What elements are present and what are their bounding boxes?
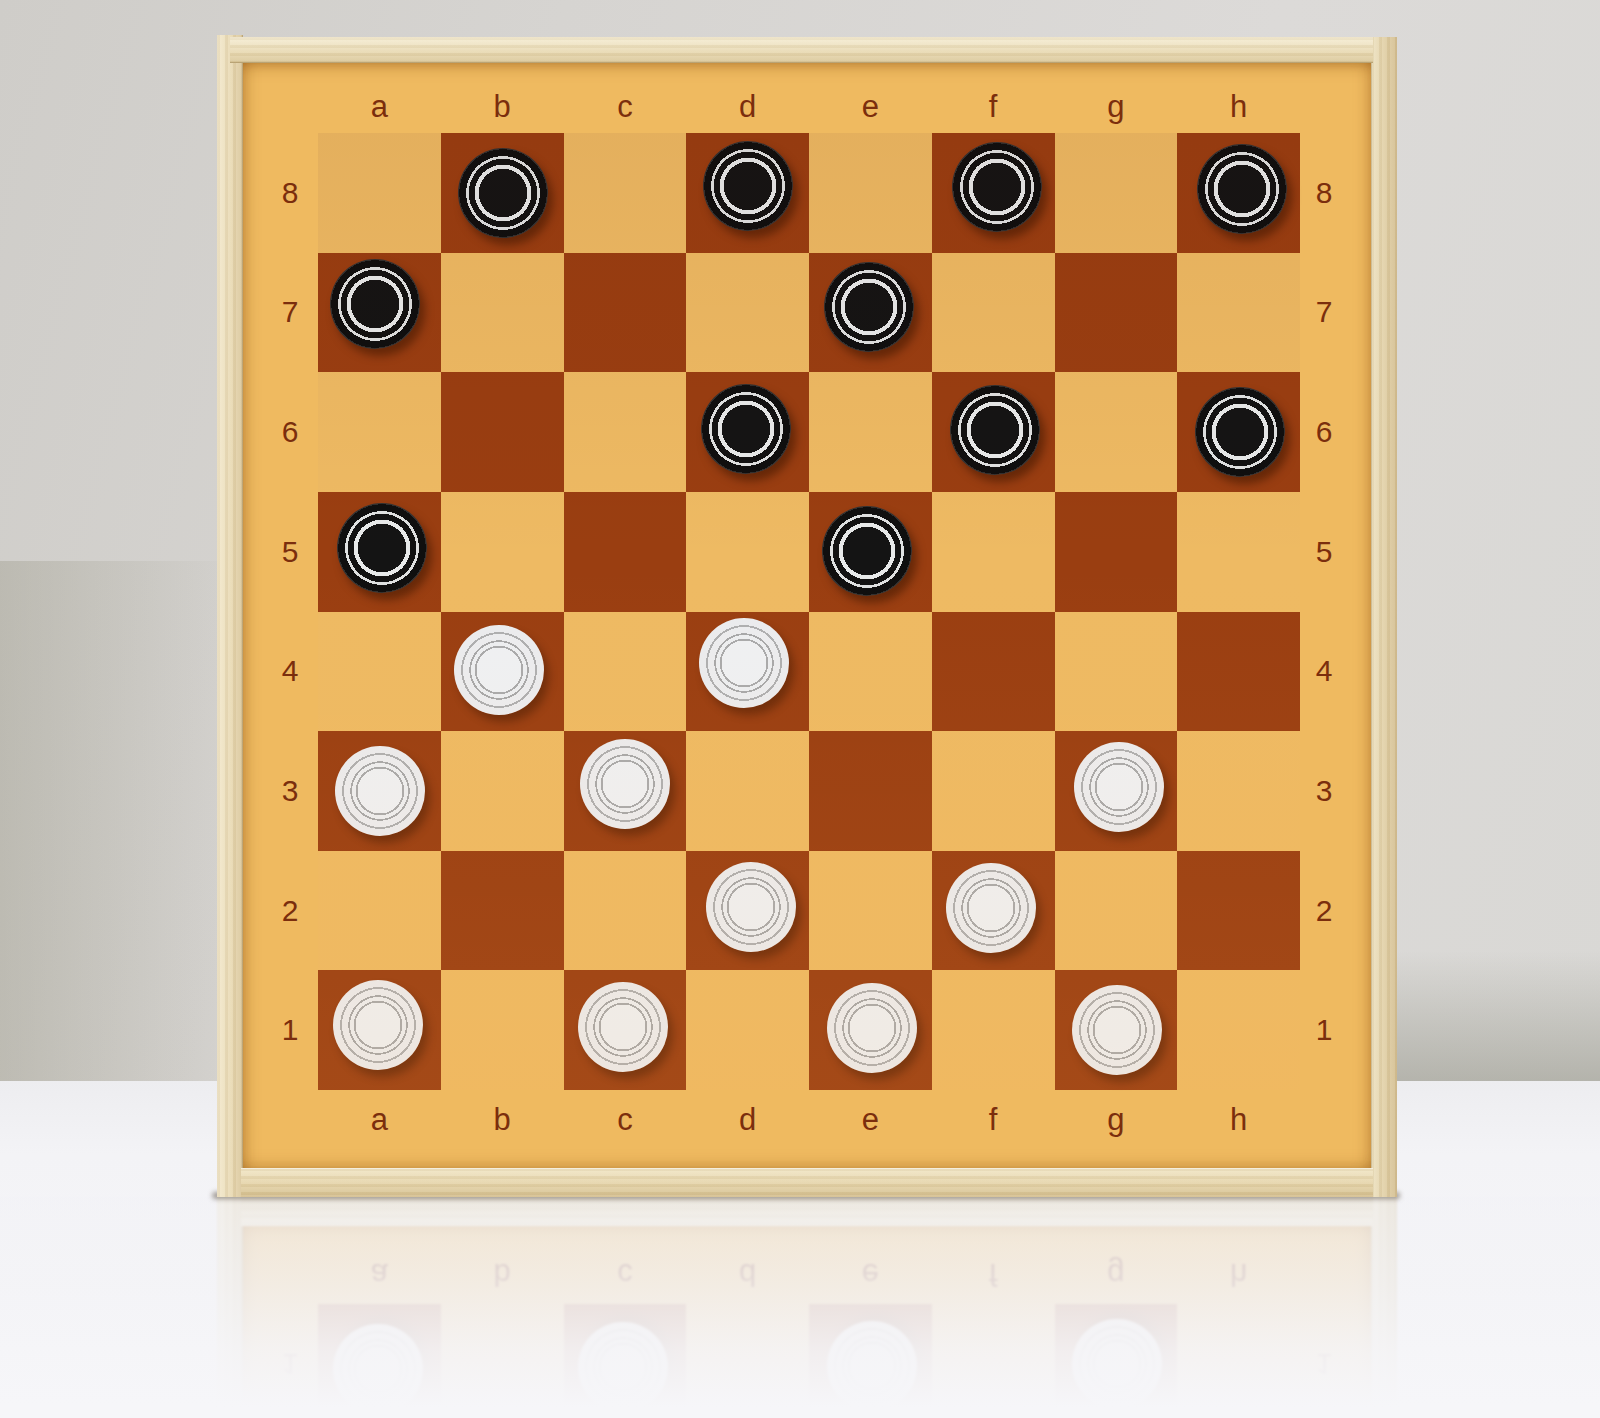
demonstration-checkers-board: abcdefghabcdefgh8765432187654321 bbox=[217, 35, 1397, 1197]
file-label-bottom-c: c bbox=[564, 1100, 687, 1140]
square-g7[interactable] bbox=[1055, 253, 1178, 373]
square-f8[interactable] bbox=[932, 133, 1055, 253]
file-label-bottom-row: abcdefgh bbox=[318, 1100, 1300, 1140]
square-e4[interactable] bbox=[809, 612, 932, 732]
square-c4[interactable] bbox=[564, 612, 687, 732]
square-h7[interactable] bbox=[1177, 253, 1300, 373]
square-f5[interactable] bbox=[932, 492, 1055, 612]
square-b6[interactable] bbox=[441, 372, 564, 492]
square-b5[interactable] bbox=[441, 492, 564, 612]
frame-rail-top bbox=[230, 37, 1373, 63]
white-checker-g3[interactable] bbox=[1074, 742, 1164, 832]
white-checker-c3[interactable] bbox=[580, 739, 670, 829]
square-e2[interactable] bbox=[809, 851, 932, 971]
black-checker-f6[interactable] bbox=[950, 385, 1040, 475]
black-checker-d6[interactable] bbox=[701, 384, 791, 474]
white-checker-g1[interactable] bbox=[1072, 985, 1162, 1075]
square-e6[interactable] bbox=[809, 372, 932, 492]
white-checker-d4[interactable] bbox=[699, 618, 789, 708]
file-label-top-a: a bbox=[318, 87, 441, 127]
black-checker-a7[interactable] bbox=[330, 259, 420, 349]
rank-label-left-6: 6 bbox=[254, 372, 326, 492]
square-b3[interactable] bbox=[441, 731, 564, 851]
scene: abcdefghabcdefgh8765432187654321 abcdefg… bbox=[0, 0, 1600, 1418]
frame-rail-bottom bbox=[241, 1168, 1373, 1197]
square-f3[interactable] bbox=[932, 731, 1055, 851]
square-d8[interactable] bbox=[686, 133, 809, 253]
square-g2[interactable] bbox=[1055, 851, 1178, 971]
white-checker-e1[interactable] bbox=[827, 983, 917, 1073]
file-label-top-h: h bbox=[1177, 87, 1300, 127]
square-e5[interactable] bbox=[809, 492, 932, 612]
square-h3[interactable] bbox=[1177, 731, 1300, 851]
square-g3[interactable] bbox=[1055, 731, 1178, 851]
file-label-top-c: c bbox=[564, 87, 687, 127]
square-c6[interactable] bbox=[564, 372, 687, 492]
squares-grid bbox=[318, 133, 1300, 1090]
square-d7[interactable] bbox=[686, 253, 809, 373]
black-checker-h8[interactable] bbox=[1197, 144, 1287, 234]
black-checker-e5[interactable] bbox=[822, 506, 912, 596]
black-checker-h6[interactable] bbox=[1195, 387, 1285, 477]
rank-label-left-2: 2 bbox=[254, 851, 326, 971]
square-f4[interactable] bbox=[932, 612, 1055, 732]
black-checker-d8[interactable] bbox=[703, 141, 793, 231]
file-label-bottom-a: a bbox=[318, 1100, 441, 1140]
square-c5[interactable] bbox=[564, 492, 687, 612]
square-f2[interactable] bbox=[932, 851, 1055, 971]
square-d6[interactable] bbox=[686, 372, 809, 492]
square-d3[interactable] bbox=[686, 731, 809, 851]
white-checker-b4[interactable] bbox=[454, 625, 544, 715]
square-h5[interactable] bbox=[1177, 492, 1300, 612]
file-label-top-f: f bbox=[932, 87, 1055, 127]
square-a1[interactable] bbox=[318, 970, 441, 1090]
square-h6[interactable] bbox=[1177, 372, 1300, 492]
square-c1[interactable] bbox=[564, 970, 687, 1090]
rank-label-left-3: 3 bbox=[254, 731, 326, 851]
square-g6[interactable] bbox=[1055, 372, 1178, 492]
board-face: abcdefghabcdefgh8765432187654321 bbox=[243, 63, 1371, 1168]
white-checker-a3[interactable] bbox=[335, 746, 425, 836]
square-h2[interactable] bbox=[1177, 851, 1300, 971]
square-b1[interactable] bbox=[441, 970, 564, 1090]
square-c8[interactable] bbox=[564, 133, 687, 253]
rank-label-left-8: 8 bbox=[254, 133, 326, 253]
file-label-bottom-b: b bbox=[441, 1100, 564, 1140]
square-d1[interactable] bbox=[686, 970, 809, 1090]
square-b4[interactable] bbox=[441, 612, 564, 732]
square-f1[interactable] bbox=[932, 970, 1055, 1090]
file-label-bottom-e: e bbox=[809, 1100, 932, 1140]
square-b2[interactable] bbox=[441, 851, 564, 971]
square-a8[interactable] bbox=[318, 133, 441, 253]
file-label-top-d: d bbox=[686, 87, 809, 127]
file-label-top-b: b bbox=[441, 87, 564, 127]
square-h8[interactable] bbox=[1177, 133, 1300, 253]
square-a6[interactable] bbox=[318, 372, 441, 492]
square-e3[interactable] bbox=[809, 731, 932, 851]
square-d5[interactable] bbox=[686, 492, 809, 612]
square-g5[interactable] bbox=[1055, 492, 1178, 612]
square-g1[interactable] bbox=[1055, 970, 1178, 1090]
frame-rail-right bbox=[1371, 37, 1397, 1197]
rank-label-left-col: 87654321 bbox=[254, 133, 326, 1090]
square-d2[interactable] bbox=[686, 851, 809, 971]
square-a2[interactable] bbox=[318, 851, 441, 971]
file-label-bottom-d: d bbox=[686, 1100, 809, 1140]
square-b7[interactable] bbox=[441, 253, 564, 373]
white-checker-a1[interactable] bbox=[333, 980, 423, 1070]
square-h4[interactable] bbox=[1177, 612, 1300, 732]
square-g8[interactable] bbox=[1055, 133, 1178, 253]
black-checker-f8[interactable] bbox=[952, 142, 1042, 232]
rank-label-left-5: 5 bbox=[254, 492, 326, 612]
square-h1[interactable] bbox=[1177, 970, 1300, 1090]
file-label-top-g: g bbox=[1055, 87, 1178, 127]
square-a3[interactable] bbox=[318, 731, 441, 851]
square-f7[interactable] bbox=[932, 253, 1055, 373]
square-c3[interactable] bbox=[564, 731, 687, 851]
black-checker-a5[interactable] bbox=[337, 503, 427, 593]
square-f6[interactable] bbox=[932, 372, 1055, 492]
rank-label-left-1: 1 bbox=[254, 970, 326, 1090]
white-checker-f2[interactable] bbox=[946, 863, 1036, 953]
square-e8[interactable] bbox=[809, 133, 932, 253]
square-a5[interactable] bbox=[318, 492, 441, 612]
black-checker-e7[interactable] bbox=[824, 262, 914, 352]
square-e1[interactable] bbox=[809, 970, 932, 1090]
file-label-bottom-f: f bbox=[932, 1100, 1055, 1140]
frame-rail-left bbox=[217, 35, 243, 1197]
white-checker-d2[interactable] bbox=[706, 862, 796, 952]
file-label-top-row: abcdefgh bbox=[318, 87, 1300, 127]
square-a4[interactable] bbox=[318, 612, 441, 732]
square-c2[interactable] bbox=[564, 851, 687, 971]
square-c7[interactable] bbox=[564, 253, 687, 373]
white-checker-c1[interactable] bbox=[578, 982, 668, 1072]
square-a7[interactable] bbox=[318, 253, 441, 373]
file-label-bottom-h: h bbox=[1177, 1100, 1300, 1140]
rank-label-left-7: 7 bbox=[254, 253, 326, 373]
square-b8[interactable] bbox=[441, 133, 564, 253]
file-label-bottom-g: g bbox=[1055, 1100, 1178, 1140]
square-g4[interactable] bbox=[1055, 612, 1178, 732]
black-checker-b8[interactable] bbox=[458, 148, 548, 238]
square-d4[interactable] bbox=[686, 612, 809, 732]
rank-label-left-4: 4 bbox=[254, 612, 326, 732]
file-label-top-e: e bbox=[809, 87, 932, 127]
board-assembly: abcdefghabcdefgh8765432187654321 bbox=[217, 35, 1397, 1197]
square-e7[interactable] bbox=[809, 253, 932, 373]
